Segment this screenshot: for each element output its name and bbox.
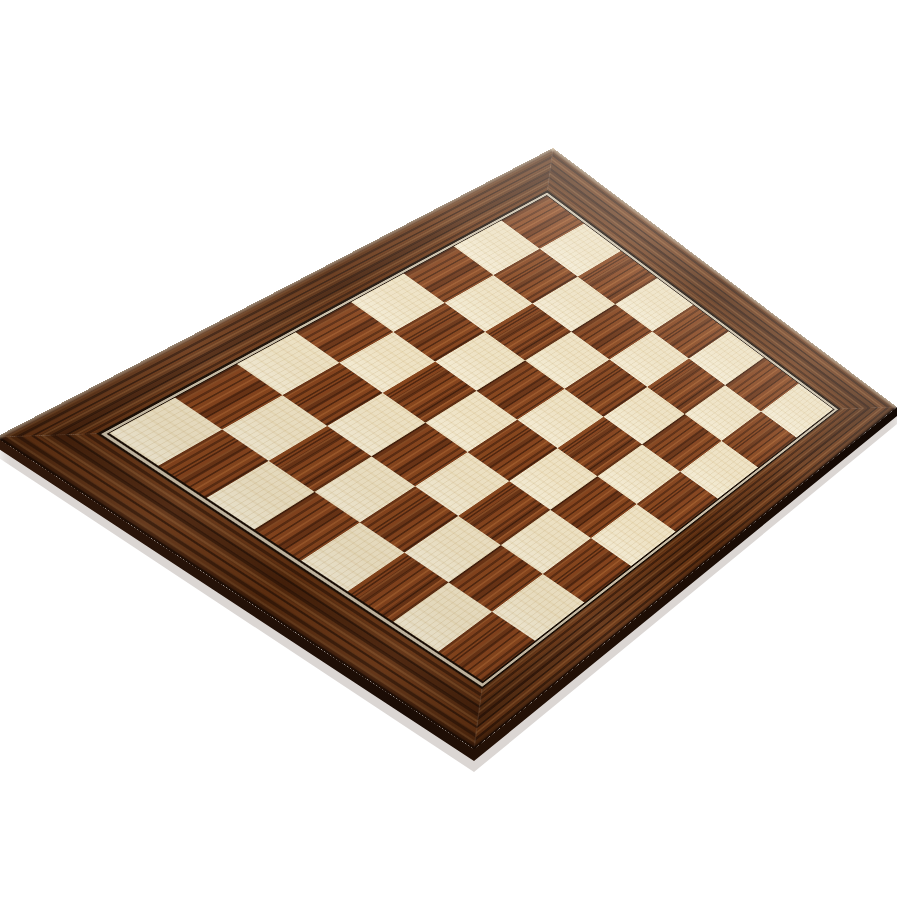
chess-board (0, 148, 897, 749)
board-squares-grid (109, 196, 833, 681)
product-photo-scene (0, 0, 900, 900)
